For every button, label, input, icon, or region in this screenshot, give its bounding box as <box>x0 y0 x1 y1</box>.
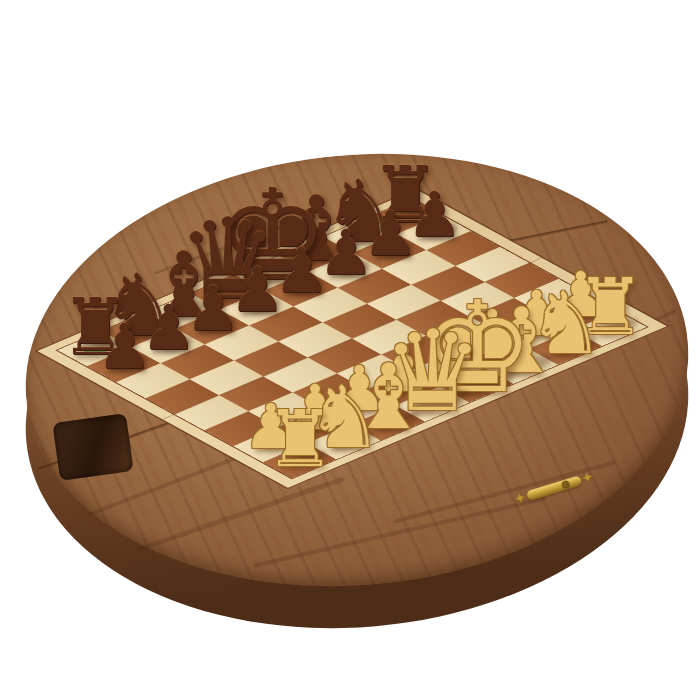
hinge-recess <box>52 413 133 481</box>
travel-chess-set-photo: ♜♞♝♛♚♝♞♜♟♟♟♟♟♟♟♟♟♟♟♟♟♟♟♟♜♞♝♛♚♝♞♜ ✦ ✦ <box>0 0 700 700</box>
latch-star-icon: ✦ <box>579 469 595 487</box>
latch-pin <box>560 480 570 490</box>
